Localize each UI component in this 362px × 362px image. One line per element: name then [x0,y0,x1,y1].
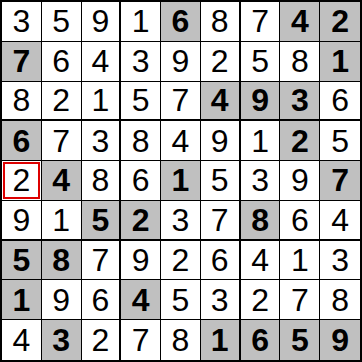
cell-r6c5[interactable]: 3 [161,201,201,241]
cell-r6c3[interactable]: 5 [82,201,122,241]
cell-r1c8[interactable]: 4 [280,2,320,42]
cell-r5c1[interactable]: 2 [2,161,42,201]
cell-r9c6[interactable]: 1 [201,320,241,360]
cell-r1c5[interactable]: 6 [161,2,201,42]
cell-r1c3[interactable]: 9 [82,2,122,42]
cell-r2c9[interactable]: 1 [320,42,360,82]
cell-r7c2[interactable]: 8 [42,241,82,281]
cell-r4c5[interactable]: 4 [161,121,201,161]
cell-r7c4[interactable]: 9 [121,241,161,281]
cell-r8c2[interactable]: 9 [42,280,82,320]
cell-r9c1[interactable]: 4 [2,320,42,360]
cell-r8c3[interactable]: 6 [82,280,122,320]
cell-r9c9[interactable]: 9 [320,320,360,360]
cell-r5c7[interactable]: 3 [241,161,281,201]
cell-r2c3[interactable]: 4 [82,42,122,82]
cell-r9c5[interactable]: 8 [161,320,201,360]
cell-r5c5[interactable]: 1 [161,161,201,201]
cell-r6c8[interactable]: 6 [280,201,320,241]
cell-r7c8[interactable]: 1 [280,241,320,281]
cell-r7c6[interactable]: 6 [201,241,241,281]
cell-r3c3[interactable]: 1 [82,82,122,122]
cell-r4c1[interactable]: 6 [2,121,42,161]
cell-r4c6[interactable]: 9 [201,121,241,161]
cell-r1c9[interactable]: 2 [320,2,360,42]
cell-r8c7[interactable]: 2 [241,280,281,320]
cell-r1c1[interactable]: 3 [2,2,42,42]
cell-r6c7[interactable]: 8 [241,201,281,241]
cell-r8c9[interactable]: 8 [320,280,360,320]
cell-r5c3[interactable]: 8 [82,161,122,201]
cell-r3c6[interactable]: 4 [201,82,241,122]
cell-r2c8[interactable]: 8 [280,42,320,82]
cell-r4c2[interactable]: 7 [42,121,82,161]
cell-r5c6[interactable]: 5 [201,161,241,201]
cell-r8c6[interactable]: 3 [201,280,241,320]
cell-r7c3[interactable]: 7 [82,241,122,281]
cell-r4c7[interactable]: 1 [241,121,281,161]
cell-r1c2[interactable]: 5 [42,2,82,42]
cell-r2c7[interactable]: 5 [241,42,281,82]
cell-r6c2[interactable]: 1 [42,201,82,241]
cell-r7c1[interactable]: 5 [2,241,42,281]
cell-r8c1[interactable]: 1 [2,280,42,320]
cell-r8c5[interactable]: 5 [161,280,201,320]
cell-r9c7[interactable]: 6 [241,320,281,360]
cell-r6c6[interactable]: 7 [201,201,241,241]
cell-r3c1[interactable]: 8 [2,82,42,122]
cell-r5c2[interactable]: 4 [42,161,82,201]
cell-r4c4[interactable]: 8 [121,121,161,161]
cell-r9c3[interactable]: 2 [82,320,122,360]
cell-r3c4[interactable]: 5 [121,82,161,122]
cell-r3c9[interactable]: 6 [320,82,360,122]
cell-r3c7[interactable]: 9 [241,82,281,122]
cell-r6c1[interactable]: 9 [2,201,42,241]
cell-r2c1[interactable]: 7 [2,42,42,82]
cell-r6c9[interactable]: 4 [320,201,360,241]
cell-r2c4[interactable]: 3 [121,42,161,82]
cell-r9c4[interactable]: 7 [121,320,161,360]
cell-r5c4[interactable]: 6 [121,161,161,201]
cell-r3c5[interactable]: 7 [161,82,201,122]
cell-r8c4[interactable]: 4 [121,280,161,320]
cell-r6c4[interactable]: 2 [121,201,161,241]
cell-r5c8[interactable]: 9 [280,161,320,201]
cell-r9c2[interactable]: 3 [42,320,82,360]
cell-r3c2[interactable]: 2 [42,82,82,122]
cell-r1c7[interactable]: 7 [241,2,281,42]
cell-r8c8[interactable]: 7 [280,280,320,320]
cell-r4c9[interactable]: 5 [320,121,360,161]
sudoku-board: 3591687427643925818215749366738491252486… [0,0,362,362]
cell-r7c5[interactable]: 2 [161,241,201,281]
cell-r7c9[interactable]: 3 [320,241,360,281]
cell-r5c9[interactable]: 7 [320,161,360,201]
cell-r2c5[interactable]: 9 [161,42,201,82]
cell-r2c6[interactable]: 2 [201,42,241,82]
cell-r4c3[interactable]: 3 [82,121,122,161]
cell-r7c7[interactable]: 4 [241,241,281,281]
cell-r1c6[interactable]: 8 [201,2,241,42]
cell-r4c8[interactable]: 2 [280,121,320,161]
cell-r3c8[interactable]: 3 [280,82,320,122]
cell-r9c8[interactable]: 5 [280,320,320,360]
cell-r1c4[interactable]: 1 [121,2,161,42]
cell-r2c2[interactable]: 6 [42,42,82,82]
